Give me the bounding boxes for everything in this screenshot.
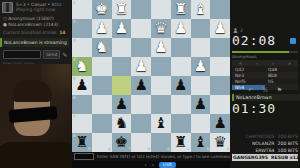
piece-wP[interactable]: ♟ (174, 21, 187, 36)
square-e8[interactable]: e (131, 133, 151, 152)
note-line: Current blindfold streak: 14 (0, 28, 71, 35)
square-f8[interactable]: ♚f (112, 133, 132, 152)
file-label: d (167, 147, 170, 151)
streamer-shoulders (0, 142, 71, 168)
square-b6[interactable]: ♟ (191, 95, 211, 114)
blindfold-band (9, 106, 58, 123)
square-e5[interactable]: ♟ (131, 76, 151, 95)
piece-wN[interactable]: ♞ (75, 59, 88, 74)
square-b7[interactable] (191, 114, 211, 133)
piece-wR[interactable]: ♜ (115, 2, 128, 17)
square-d2[interactable]: ♛ (151, 19, 171, 38)
rank-label: 5 (73, 77, 76, 81)
piece-bP[interactable]: ♟ (75, 78, 88, 93)
stream-event-row: ERWT64100 BITS (232, 147, 298, 154)
square-h8[interactable]: ♜8h (72, 133, 92, 152)
square-a8[interactable]: ♛a (210, 133, 230, 152)
game-info-sidebar: 5+3 • Casual • Blitz Playing right now ○… (0, 0, 71, 64)
square-b1[interactable]: ♝ (191, 0, 211, 19)
game-status: Playing right now (16, 7, 61, 12)
rank-label: 6 (73, 96, 76, 100)
piece-wP[interactable]: ♟ (194, 59, 207, 74)
note-value: 14 (59, 30, 65, 35)
rank-label: 3 (73, 39, 76, 43)
streamer-hair (12, 80, 52, 102)
right-panel: 2 02:08 Anonymous «‹›» Qd2Qa8Ne3Bb8Nef5h… (230, 0, 300, 168)
piece-wR[interactable]: ♜ (174, 2, 187, 17)
chat-row: Send ✎ (3, 50, 69, 59)
rank-label: 2 (73, 20, 76, 24)
piece-wB[interactable]: ♝ (194, 2, 207, 17)
square-d7[interactable]: ♝ (151, 114, 171, 133)
piece-bQ[interactable]: ♛ (213, 135, 226, 150)
square-a4[interactable] (210, 57, 230, 76)
square-g8[interactable]: g (92, 133, 112, 152)
piece-wP[interactable]: ♟ (134, 59, 147, 74)
square-d4[interactable] (151, 57, 171, 76)
square-h1[interactable]: 1 (72, 0, 92, 19)
square-f1[interactable]: ♜ (112, 0, 132, 19)
stream-event-row: GANGERG395RESUB x12 (232, 154, 298, 161)
square-d8[interactable]: d (151, 133, 171, 152)
player-list: ○ Anonymous (1500?)● NoLanceBrown (2143) (0, 15, 71, 28)
piece-bP[interactable]: ♟ (134, 78, 147, 93)
stream-screen: 5+3 • Casual • Blitz Playing right now ○… (0, 0, 300, 168)
square-g2[interactable]: ♟ (92, 19, 112, 38)
square-a2[interactable]: ♟ (210, 19, 230, 38)
stream-event-row: NOLANZR200 BITS (232, 140, 298, 147)
stream-bottom-bar: ‹ › LIVE (72, 161, 230, 168)
move-cell[interactable]: h5 (265, 79, 298, 84)
piece-bR[interactable]: ♜ (75, 135, 88, 150)
square-c5[interactable]: ♟ (171, 76, 191, 95)
rank-label: 1 (73, 1, 76, 5)
piece-bK[interactable]: ♚ (115, 135, 128, 150)
next-move-button[interactable]: › (152, 162, 154, 168)
square-e6[interactable] (131, 95, 151, 114)
piece-wQ[interactable]: ♛ (154, 21, 167, 36)
square-c6[interactable] (171, 95, 191, 114)
resign-flag-icon[interactable]: ⚑ (277, 86, 282, 93)
draw-offer-icon[interactable]: ½ (262, 86, 268, 93)
move-nav-icon[interactable]: « (239, 60, 242, 66)
square-c2[interactable]: ♟ (171, 19, 191, 38)
square-h7[interactable]: 7 (72, 114, 92, 133)
square-c3[interactable] (171, 38, 191, 57)
pencil-icon[interactable]: ✎ (62, 51, 67, 58)
stream-events-list: CHRONO305200 BITSNOLANZR200 BITSERWT6410… (232, 133, 298, 161)
chat-input[interactable] (3, 50, 41, 59)
piece-bP[interactable]: ♟ (213, 116, 226, 131)
move-nav-icon[interactable]: › (272, 60, 274, 66)
move-cell[interactable]: Qa8 (265, 67, 298, 72)
square-h2[interactable]: 2 (72, 19, 92, 38)
square-e1[interactable] (131, 0, 151, 19)
square-e3[interactable] (131, 38, 151, 57)
square-a7[interactable]: ♟ (210, 114, 230, 133)
stream-event-row: CHRONO305200 BITS (232, 133, 298, 140)
square-f2[interactable]: ♟ (112, 19, 132, 38)
square-g3[interactable]: ♞ (92, 38, 112, 57)
square-g7[interactable] (92, 114, 112, 133)
square-c4[interactable] (171, 57, 191, 76)
move-input[interactable] (74, 153, 94, 160)
square-c8[interactable]: ♜c (171, 133, 191, 152)
square-e7[interactable] (131, 114, 151, 133)
square-a5[interactable] (210, 76, 230, 95)
piece-bP[interactable]: ♟ (174, 78, 187, 93)
square-a3[interactable] (210, 38, 230, 57)
game-action-buttons[interactable]: ↶½⚑ (232, 86, 298, 93)
square-h5[interactable]: ♟5 (72, 76, 92, 95)
sidebar-header: 5+3 • Casual • Blitz Playing right now (0, 0, 71, 15)
black-player-name: NoLanceBrown (232, 94, 300, 101)
file-label: e (148, 147, 150, 151)
square-f7[interactable]: ♞ (112, 114, 132, 133)
file-label: f (129, 147, 130, 151)
clock-time-bar (232, 51, 298, 53)
piece-wN[interactable]: ♞ (95, 40, 108, 55)
square-h6[interactable]: 6 (72, 95, 92, 114)
square-g6[interactable] (92, 95, 112, 114)
webcam (0, 64, 71, 168)
square-b2[interactable] (191, 19, 211, 38)
app-logo-icon (2, 2, 13, 13)
square-d3[interactable]: ♟ (151, 38, 171, 57)
move-input-hint: Enter SAN (Nf3) or UCI (e2e4) moves, or … (97, 154, 234, 159)
file-label: b (207, 147, 210, 151)
square-c7[interactable] (171, 114, 191, 133)
piece-bP[interactable]: ♟ (194, 97, 207, 112)
square-a1[interactable] (210, 0, 230, 19)
white-player-name: Anonymous (232, 54, 298, 59)
player-line[interactable]: ● NoLanceBrown (2143) (3, 22, 68, 28)
square-a6[interactable] (210, 95, 230, 114)
blue-indicator-icon[interactable] (290, 38, 296, 44)
move-cell[interactable]: Qd2 (232, 67, 265, 72)
piece-wP[interactable]: ♟ (95, 21, 108, 36)
move-nav-icon[interactable]: ‹ (256, 60, 258, 66)
square-f4[interactable] (112, 57, 132, 76)
rank-label: 7 (73, 115, 76, 119)
rank-label: 4 (73, 58, 76, 62)
move-input-row: Enter SAN (Nf3) or UCI (e2e4) moves, or … (72, 152, 230, 161)
square-e4[interactable]: ♟ (131, 57, 151, 76)
square-b4[interactable]: ♟ (191, 57, 211, 76)
piece-wP[interactable]: ♟ (213, 21, 226, 36)
square-d6[interactable] (151, 95, 171, 114)
piece-bN[interactable]: ♞ (115, 116, 128, 131)
piece-bP[interactable]: ♟ (115, 97, 128, 112)
move-cell[interactable]: Ne3 (232, 73, 265, 78)
file-label: h (88, 147, 91, 151)
piece-wP[interactable]: ♟ (115, 21, 128, 36)
move-row: Qd2Qa8 (232, 66, 298, 72)
move-cell[interactable]: Nef5 (232, 79, 265, 84)
square-c1[interactable]: ♜ (171, 0, 191, 19)
square-g4[interactable] (92, 57, 112, 76)
piece-wK[interactable]: ♚ (95, 2, 108, 17)
piece-bB[interactable]: ♝ (194, 135, 207, 150)
move-row: Ne3Bb8 (232, 72, 298, 78)
square-f5[interactable] (112, 76, 132, 95)
black-clock: 01:30 (232, 101, 276, 116)
square-e2[interactable] (131, 19, 151, 38)
square-b3[interactable] (191, 38, 211, 57)
chat-send-button[interactable]: Send (43, 50, 60, 59)
streamer-notice[interactable]: NoLanceBrown is streaming (0, 38, 69, 47)
square-b8[interactable]: ♝b (191, 133, 211, 152)
piece-bB[interactable]: ♝ (154, 116, 167, 131)
move-cell[interactable]: Bb8 (265, 73, 298, 78)
square-f6[interactable]: ♟ (112, 95, 132, 114)
square-d1[interactable] (151, 0, 171, 19)
square-f3[interactable] (112, 38, 132, 57)
move-row: Nef5h5 (232, 78, 298, 84)
prev-move-button[interactable]: ‹ (144, 162, 146, 168)
square-g5[interactable] (92, 76, 112, 95)
square-b5[interactable] (191, 76, 211, 95)
chess-board[interactable]: 1♚♜♜♝2♟♟♛♟♟3♞♟♞4♟♟♟5♟♟6♟♟7♞♝♟♜8hg♚fed♜c♝… (72, 0, 230, 152)
live-badge: LIVE (159, 162, 176, 168)
file-label: c (187, 147, 189, 151)
piece-bR[interactable]: ♜ (174, 135, 187, 150)
square-h3[interactable]: 3 (72, 38, 92, 57)
file-label: g (108, 147, 111, 151)
file-label: a (227, 147, 229, 151)
rank-label: 8 (73, 134, 76, 138)
piece-wP[interactable]: ♟ (154, 40, 167, 55)
square-h4[interactable]: ♞4 (72, 57, 92, 76)
takeback-icon[interactable]: ↶ (248, 86, 253, 93)
square-g1[interactable]: ♚ (92, 0, 112, 19)
move-nav-icon[interactable]: » (288, 60, 291, 66)
square-d5[interactable] (151, 76, 171, 95)
white-clock: 02:08 (232, 33, 276, 48)
